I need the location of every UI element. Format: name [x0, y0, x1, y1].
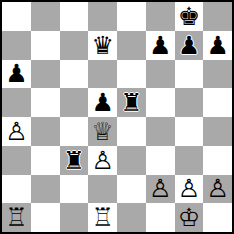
black-pawn-piece: ♟: [5, 61, 27, 86]
black-king-piece: ♚: [178, 4, 200, 29]
square-g4[interactable]: [175, 117, 204, 146]
chessboard: ♚♛♟♟♟♟♟♜♙♕♜♙♙♙♙♖♖♔: [0, 0, 234, 234]
square-b7[interactable]: [31, 31, 60, 60]
square-g5[interactable]: [175, 88, 204, 117]
square-h5[interactable]: [203, 88, 232, 117]
square-c3[interactable]: ♜: [60, 146, 89, 175]
black-pawn-piece: ♟: [91, 90, 113, 115]
white-pawn-piece: ♙: [178, 176, 200, 201]
square-h4[interactable]: [203, 117, 232, 146]
square-c1[interactable]: [60, 203, 89, 232]
square-f1[interactable]: [146, 203, 175, 232]
square-f3[interactable]: [146, 146, 175, 175]
square-d2[interactable]: [88, 175, 117, 204]
square-g3[interactable]: [175, 146, 204, 175]
square-b6[interactable]: [31, 60, 60, 89]
square-e2[interactable]: [117, 175, 146, 204]
square-c4[interactable]: [60, 117, 89, 146]
square-h7[interactable]: ♟: [203, 31, 232, 60]
square-f6[interactable]: [146, 60, 175, 89]
square-c8[interactable]: [60, 2, 89, 31]
square-f2[interactable]: ♙: [146, 175, 175, 204]
square-e1[interactable]: [117, 203, 146, 232]
square-d5[interactable]: ♟: [88, 88, 117, 117]
square-a8[interactable]: [2, 2, 31, 31]
black-pawn-piece: ♟: [149, 33, 171, 58]
black-rook-piece: ♜: [120, 90, 142, 115]
square-g2[interactable]: ♙: [175, 175, 204, 204]
black-pawn-piece: ♟: [206, 33, 228, 58]
square-e4[interactable]: [117, 117, 146, 146]
square-b1[interactable]: [31, 203, 60, 232]
square-c7[interactable]: [60, 31, 89, 60]
square-d8[interactable]: [88, 2, 117, 31]
square-e8[interactable]: [117, 2, 146, 31]
square-b4[interactable]: [31, 117, 60, 146]
white-pawn-piece: ♙: [5, 119, 27, 144]
square-f5[interactable]: [146, 88, 175, 117]
black-queen-piece: ♛: [91, 33, 113, 58]
square-d7[interactable]: ♛: [88, 31, 117, 60]
white-pawn-piece: ♙: [206, 176, 228, 201]
square-e3[interactable]: [117, 146, 146, 175]
square-h2[interactable]: ♙: [203, 175, 232, 204]
square-f7[interactable]: ♟: [146, 31, 175, 60]
square-b2[interactable]: [31, 175, 60, 204]
square-h1[interactable]: [203, 203, 232, 232]
white-king-piece: ♔: [178, 205, 200, 230]
white-rook-piece: ♖: [91, 205, 113, 230]
square-e5[interactable]: ♜: [117, 88, 146, 117]
square-f8[interactable]: [146, 2, 175, 31]
square-a7[interactable]: [2, 31, 31, 60]
chess-diagram: ♚♛♟♟♟♟♟♜♙♕♜♙♙♙♙♖♖♔: [0, 0, 234, 234]
square-h6[interactable]: [203, 60, 232, 89]
square-f4[interactable]: [146, 117, 175, 146]
square-b3[interactable]: [31, 146, 60, 175]
square-g1[interactable]: ♔: [175, 203, 204, 232]
white-queen-piece: ♕: [91, 119, 113, 144]
square-h8[interactable]: [203, 2, 232, 31]
white-pawn-piece: ♙: [149, 176, 171, 201]
square-b8[interactable]: [31, 2, 60, 31]
black-pawn-piece: ♟: [178, 33, 200, 58]
square-g8[interactable]: ♚: [175, 2, 204, 31]
black-rook-piece: ♜: [63, 148, 85, 173]
square-d3[interactable]: ♙: [88, 146, 117, 175]
square-h3[interactable]: [203, 146, 232, 175]
square-c2[interactable]: [60, 175, 89, 204]
square-e7[interactable]: [117, 31, 146, 60]
square-b5[interactable]: [31, 88, 60, 117]
square-a3[interactable]: [2, 146, 31, 175]
square-a4[interactable]: ♙: [2, 117, 31, 146]
white-pawn-piece: ♙: [91, 148, 113, 173]
square-e6[interactable]: [117, 60, 146, 89]
square-d1[interactable]: ♖: [88, 203, 117, 232]
square-a1[interactable]: ♖: [2, 203, 31, 232]
square-d6[interactable]: [88, 60, 117, 89]
square-a2[interactable]: [2, 175, 31, 204]
square-c5[interactable]: [60, 88, 89, 117]
white-rook-piece: ♖: [5, 205, 27, 230]
square-a6[interactable]: ♟: [2, 60, 31, 89]
square-g7[interactable]: ♟: [175, 31, 204, 60]
square-a5[interactable]: [2, 88, 31, 117]
square-d4[interactable]: ♕: [88, 117, 117, 146]
square-g6[interactable]: [175, 60, 204, 89]
square-c6[interactable]: [60, 60, 89, 89]
